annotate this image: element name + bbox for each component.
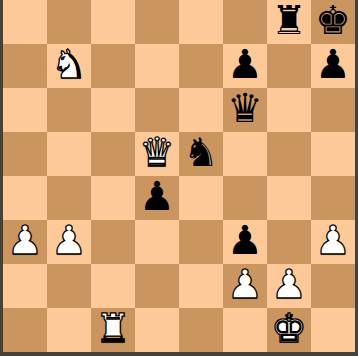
piece-white-king-g1[interactable]: ♚	[271, 306, 307, 350]
square-d5[interactable]: ♛	[135, 132, 179, 176]
square-d6[interactable]	[135, 88, 179, 132]
piece-black-pawn-d4[interactable]: ♟	[139, 174, 175, 218]
square-c4[interactable]	[91, 176, 135, 220]
piece-black-pawn-f3[interactable]: ♟	[227, 218, 263, 262]
square-e5[interactable]: ♞	[179, 132, 223, 176]
piece-black-pawn-f7[interactable]: ♟	[227, 42, 263, 86]
piece-black-rook-g8[interactable]: ♜	[271, 0, 307, 42]
square-c7[interactable]	[91, 44, 135, 88]
square-b2[interactable]	[47, 264, 91, 308]
square-f7[interactable]: ♟	[223, 44, 267, 88]
square-c6[interactable]	[91, 88, 135, 132]
piece-white-pawn-f2[interactable]: ♟	[227, 262, 263, 306]
square-f4[interactable]	[223, 176, 267, 220]
square-h2[interactable]	[311, 264, 355, 308]
square-b7[interactable]: ♞	[47, 44, 91, 88]
square-c8[interactable]	[91, 0, 135, 44]
square-f8[interactable]	[223, 0, 267, 44]
square-f3[interactable]: ♟	[223, 220, 267, 264]
square-h7[interactable]: ♟	[311, 44, 355, 88]
square-b8[interactable]	[47, 0, 91, 44]
square-g8[interactable]: ♜	[267, 0, 311, 44]
piece-black-knight-e5[interactable]: ♞	[183, 130, 219, 174]
square-e4[interactable]	[179, 176, 223, 220]
square-g5[interactable]	[267, 132, 311, 176]
square-b6[interactable]	[47, 88, 91, 132]
square-e7[interactable]	[179, 44, 223, 88]
square-b3[interactable]: ♟	[47, 220, 91, 264]
square-a4[interactable]	[3, 176, 47, 220]
square-e1[interactable]	[179, 308, 223, 352]
square-g7[interactable]	[267, 44, 311, 88]
piece-white-knight-b7[interactable]: ♞	[51, 42, 87, 86]
square-e2[interactable]	[179, 264, 223, 308]
square-f1[interactable]	[223, 308, 267, 352]
square-h3[interactable]: ♟	[311, 220, 355, 264]
chess-board: ♜♚♞♟♟♛♛♞♟♟♟♟♟♟♟♜♚	[3, 0, 355, 352]
square-e8[interactable]	[179, 0, 223, 44]
piece-white-pawn-g2[interactable]: ♟	[271, 262, 307, 306]
square-h6[interactable]	[311, 88, 355, 132]
square-c2[interactable]	[91, 264, 135, 308]
square-a5[interactable]	[3, 132, 47, 176]
square-g2[interactable]: ♟	[267, 264, 311, 308]
square-g6[interactable]	[267, 88, 311, 132]
square-a8[interactable]	[3, 0, 47, 44]
square-a6[interactable]	[3, 88, 47, 132]
square-h8[interactable]: ♚	[311, 0, 355, 44]
piece-black-queen-f6[interactable]: ♛	[227, 86, 263, 130]
piece-white-rook-c1[interactable]: ♜	[95, 306, 131, 350]
square-a3[interactable]: ♟	[3, 220, 47, 264]
piece-white-pawn-h3[interactable]: ♟	[315, 218, 351, 262]
square-d7[interactable]	[135, 44, 179, 88]
piece-black-pawn-h7[interactable]: ♟	[315, 42, 351, 86]
piece-white-pawn-b3[interactable]: ♟	[51, 218, 87, 262]
square-f2[interactable]: ♟	[223, 264, 267, 308]
square-h1[interactable]	[311, 308, 355, 352]
square-b1[interactable]	[47, 308, 91, 352]
square-h4[interactable]	[311, 176, 355, 220]
piece-white-queen-d5[interactable]: ♛	[139, 130, 175, 174]
square-d8[interactable]	[135, 0, 179, 44]
square-c5[interactable]	[91, 132, 135, 176]
square-d2[interactable]	[135, 264, 179, 308]
square-a1[interactable]	[3, 308, 47, 352]
square-f5[interactable]	[223, 132, 267, 176]
square-g4[interactable]	[267, 176, 311, 220]
square-a7[interactable]	[3, 44, 47, 88]
square-d4[interactable]: ♟	[135, 176, 179, 220]
square-h5[interactable]	[311, 132, 355, 176]
piece-white-pawn-a3[interactable]: ♟	[7, 218, 43, 262]
square-f6[interactable]: ♛	[223, 88, 267, 132]
square-c1[interactable]: ♜	[91, 308, 135, 352]
square-b5[interactable]	[47, 132, 91, 176]
square-g1[interactable]: ♚	[267, 308, 311, 352]
square-g3[interactable]	[267, 220, 311, 264]
square-d3[interactable]	[135, 220, 179, 264]
piece-black-king-h8[interactable]: ♚	[315, 0, 351, 42]
square-b4[interactable]	[47, 176, 91, 220]
square-c3[interactable]	[91, 220, 135, 264]
square-e6[interactable]	[179, 88, 223, 132]
chess-board-frame: ♜♚♞♟♟♛♛♞♟♟♟♟♟♟♟♜♚	[0, 0, 358, 356]
square-e3[interactable]	[179, 220, 223, 264]
square-a2[interactable]	[3, 264, 47, 308]
square-d1[interactable]	[135, 308, 179, 352]
